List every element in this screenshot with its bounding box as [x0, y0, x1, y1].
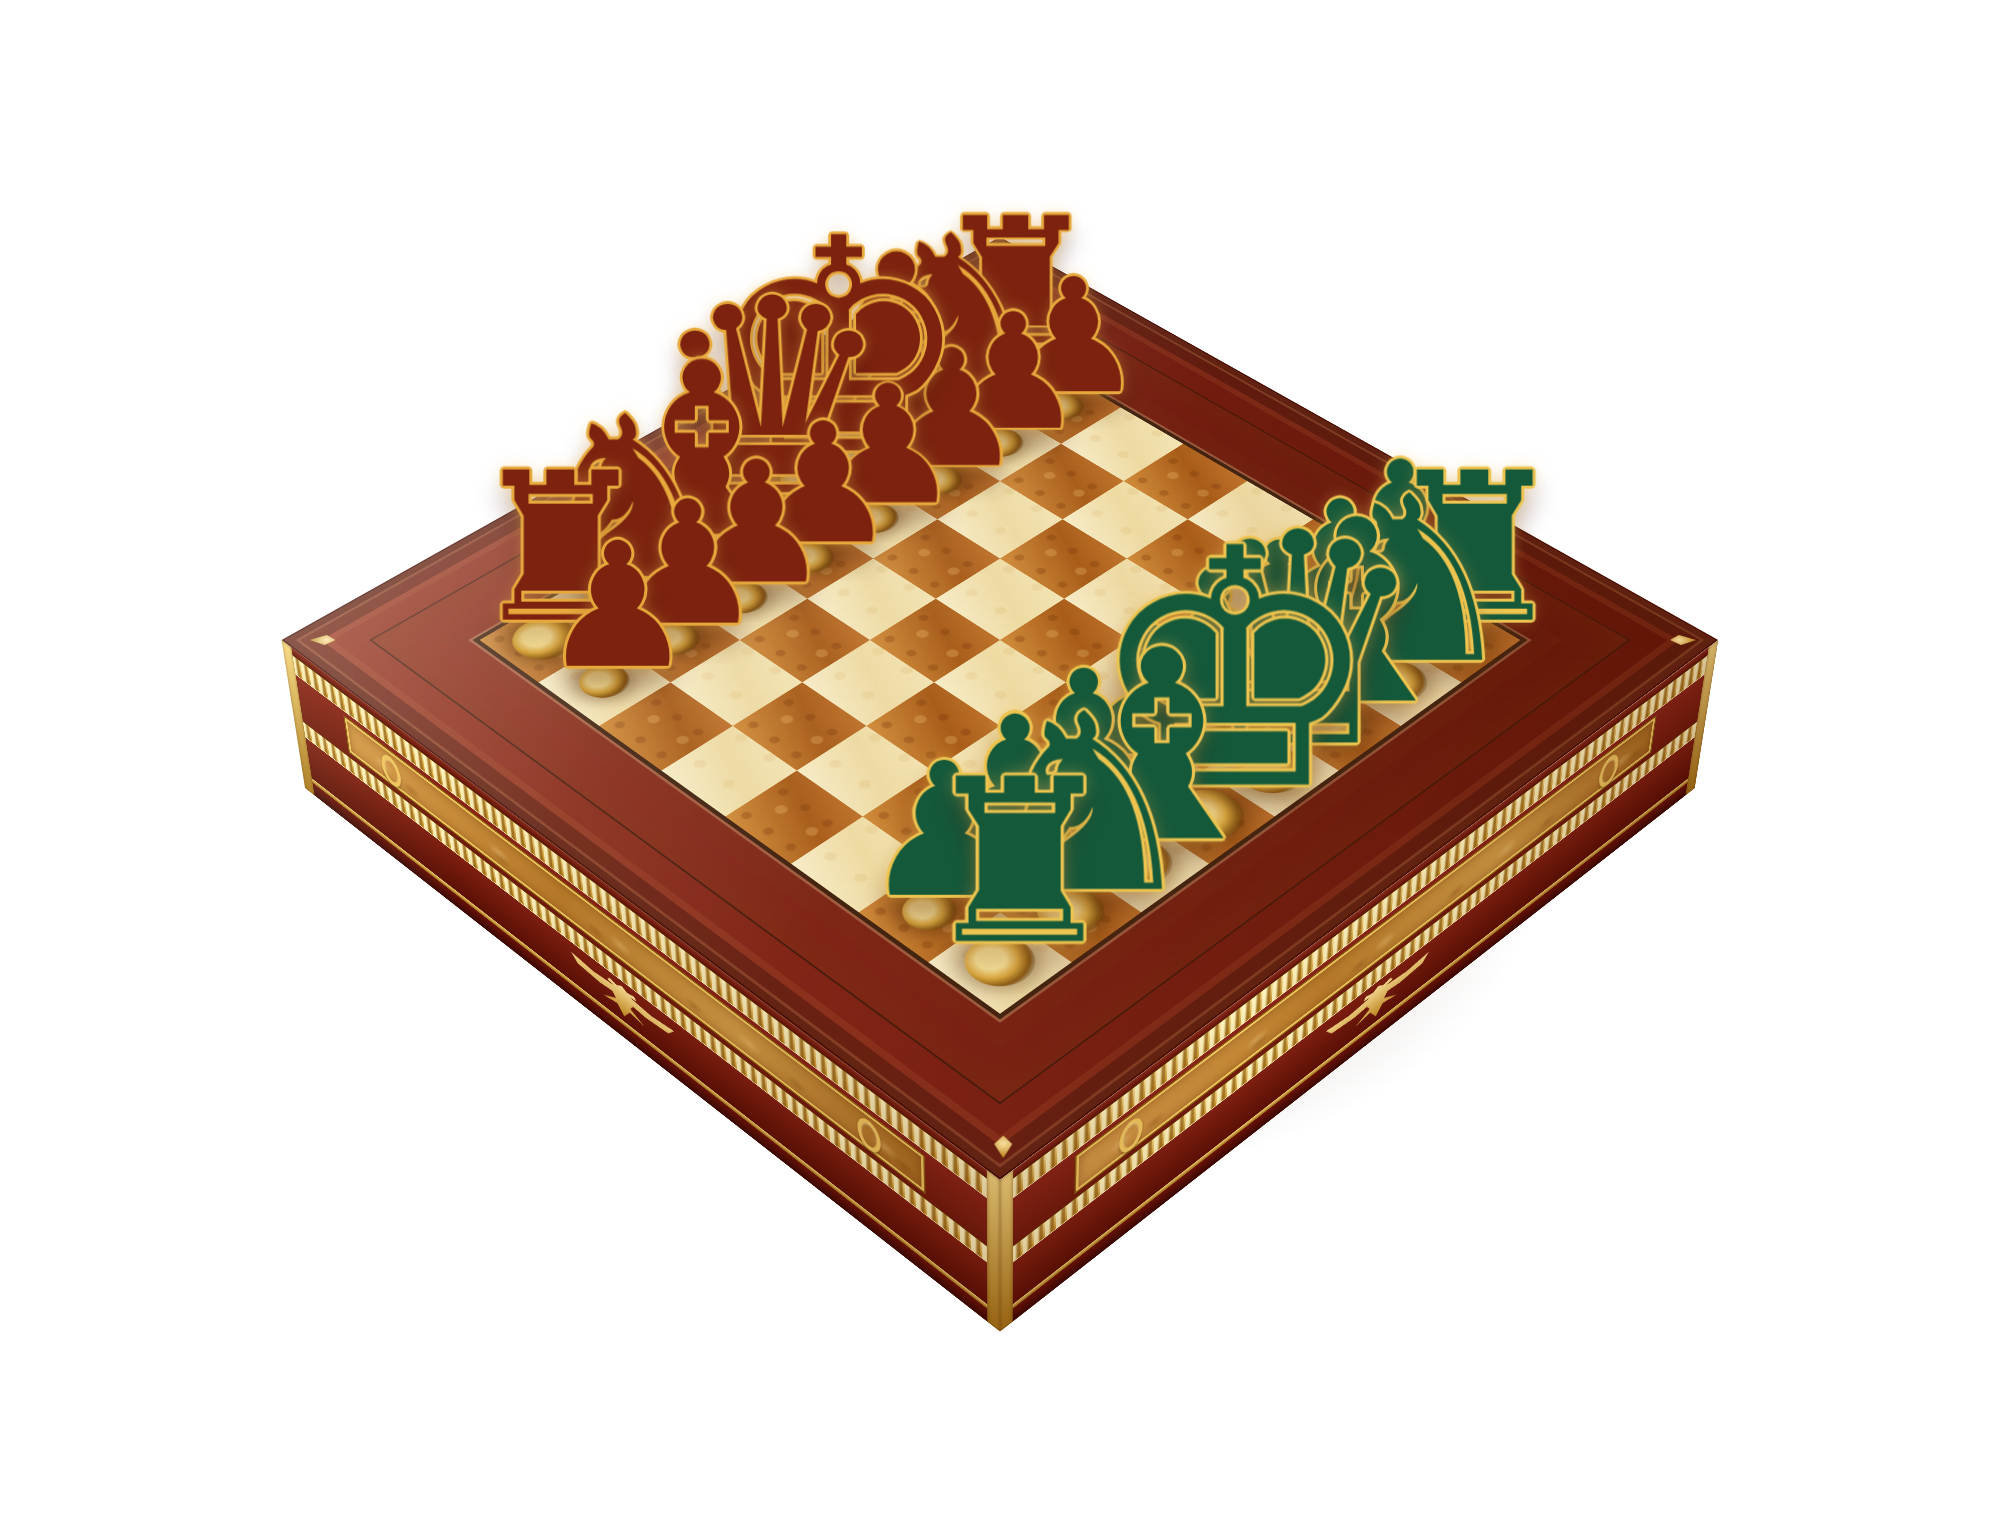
corner-acanthus-icon: [988, 1136, 1018, 1158]
chess-board: ♜♞♝♛♚♝♞♜♟♟♟♟♟♟♟♟♟♟♟♟♟♟♟♟♜♞♝♚♛♝♞♜: [282, 237, 1719, 1180]
rook-glyph: ♜: [883, 749, 1155, 976]
corner-acanthus-strip: [1000, 1170, 1013, 1332]
corner-acanthus-strip: [987, 1170, 1000, 1332]
corner-acanthus-icon: [308, 632, 338, 649]
product-photo-scene: ♜♞♝♛♚♝♞♜♟♟♟♟♟♟♟♟♟♟♟♟♟♟♟♟♜♞♝♚♛♝♞♜: [0, 0, 2000, 1520]
pawn-glyph: ♟: [514, 519, 721, 692]
corner-acanthus-icon: [1668, 632, 1698, 649]
